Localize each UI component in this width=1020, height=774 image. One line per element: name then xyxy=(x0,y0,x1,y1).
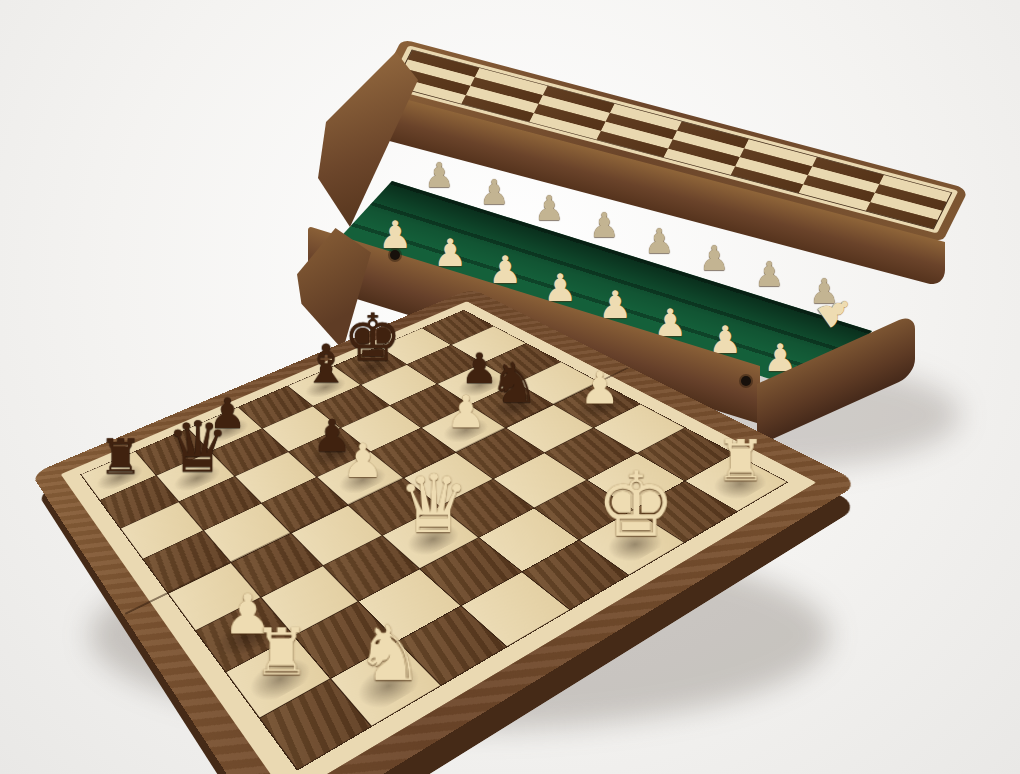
magnet-dot xyxy=(390,250,400,260)
tray-pawn: ♟ xyxy=(534,191,564,225)
scene: ♟♟♟♟♟♟♟♟ ♟♟♟♟♟♟♟♟♟ ♜♟♝♚♛♟♟♟♟♞♟♟♛♜♞♚♜ xyxy=(0,0,1020,774)
tray-pawn: ♟ xyxy=(699,241,729,275)
magnet-dot xyxy=(741,376,751,386)
square-b1: ♞ xyxy=(331,642,440,726)
tray-pawn: ♟ xyxy=(424,158,454,192)
tray-pawn: ♟ xyxy=(479,175,509,209)
tray-pawn: ♟ xyxy=(644,224,674,258)
tray-pawn: ♟ xyxy=(754,257,784,291)
tray-pawn: ♟ xyxy=(589,208,619,242)
light-king: ♚ xyxy=(556,460,716,549)
